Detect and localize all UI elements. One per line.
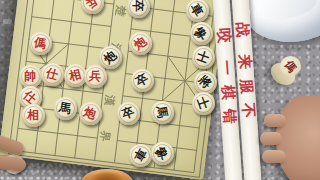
xiangqi-piece-black[interactable]: 馬	[151, 101, 174, 124]
xiangqi-piece-black[interactable]: 將	[194, 71, 217, 94]
piece-char: 士	[195, 95, 210, 110]
xiangqi-piece-red[interactable]: 傌	[29, 32, 52, 55]
piece-char: 車	[189, 2, 205, 18]
banner-char: 战	[232, 21, 252, 37]
banner-char: 咬	[214, 27, 234, 43]
left-hand	[0, 126, 42, 180]
piece-char: 象	[154, 145, 171, 162]
piece-char: 相	[27, 109, 39, 121]
piece-char: 卒	[134, 72, 150, 88]
xiangqi-piece-red[interactable]: 相	[22, 104, 45, 127]
piece-char: 炮	[102, 49, 119, 66]
piece-char: 炮	[132, 35, 149, 52]
xiangqi-piece-red[interactable]: 帥	[19, 65, 42, 88]
svg-text:界: 界	[98, 129, 112, 142]
piece-char: 帥	[24, 70, 36, 82]
piece-char: 馬	[58, 101, 72, 115]
xiangqi-piece-black[interactable]: 象	[151, 142, 174, 165]
right-finger-3	[262, 150, 286, 163]
captured-piece[interactable]: 傌	[268, 54, 304, 88]
piece-char: 卒	[120, 105, 135, 120]
xiangqi-piece-black[interactable]: 卒	[117, 102, 140, 125]
banner-char: 一	[216, 59, 236, 75]
left-finger	[0, 133, 25, 157]
banner-char: 来	[235, 53, 255, 69]
xiangqi-piece-red[interactable]: 炮	[129, 32, 152, 55]
piece-char: 將	[197, 74, 214, 91]
scene: 楚 河 漢 界 兵傌炮帥仕相兵仕相炮卒車象士炮將卒士馬卒馬車象 傌 咬一棋错 战…	[0, 0, 320, 180]
piece-char: 傌	[33, 36, 47, 50]
piece-char: 仕	[45, 67, 60, 82]
banner-char: 错	[219, 108, 239, 124]
xiangqi-piece-black[interactable]: 卒	[131, 69, 154, 92]
piece-char: 車	[132, 147, 148, 163]
xiangqi-piece-red[interactable]: 兵	[84, 65, 107, 88]
xiangqi-piece-black[interactable]: 士	[192, 92, 215, 115]
xiangqi-piece-red[interactable]: 仕	[41, 63, 64, 86]
captured-piece-char: 傌	[281, 57, 300, 75]
piece-char: 馬	[155, 105, 169, 119]
xiangqi-piece-black[interactable]: 士	[192, 46, 215, 69]
piece-char: 象	[193, 25, 209, 41]
xiangqi-piece-black[interactable]: 炮	[99, 46, 122, 69]
piece-char: 士	[195, 49, 210, 64]
piece-char: 兵	[88, 69, 101, 82]
xiangqi-piece-black[interactable]: 馬	[54, 97, 77, 120]
xiangqi-piece-red[interactable]: 炮	[79, 102, 102, 125]
banner-char: 不	[238, 102, 258, 118]
xiangqi-piece-black[interactable]: 車	[129, 144, 152, 167]
xiangqi-piece-black[interactable]: 卒	[127, 0, 150, 18]
right-finger-2	[260, 132, 282, 145]
piece-char: 相	[68, 68, 83, 83]
banner-char: 棋	[218, 84, 238, 100]
captured-piece-face: 傌	[280, 56, 301, 76]
piece-char: 炮	[82, 105, 97, 120]
piece-char: 仕	[22, 89, 39, 106]
right-finger-1	[264, 114, 286, 127]
xiangqi-piece-black[interactable]: 車	[186, 0, 209, 22]
svg-text:楚: 楚	[113, 4, 127, 18]
xiangqi-piece-black[interactable]: 象	[190, 22, 213, 45]
banner-char: 服	[236, 78, 256, 94]
left-thumb	[0, 153, 27, 172]
piece-char: 卒	[132, 0, 144, 12]
right-palm	[276, 96, 320, 180]
piece-char: 兵	[84, 0, 100, 10]
svg-text:漢: 漢	[102, 93, 116, 107]
right-hand	[264, 90, 320, 180]
